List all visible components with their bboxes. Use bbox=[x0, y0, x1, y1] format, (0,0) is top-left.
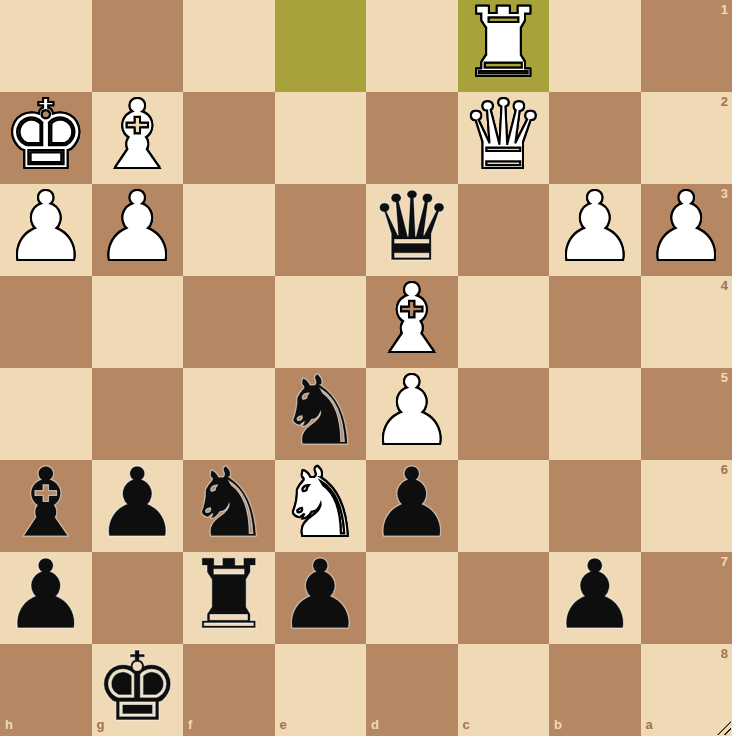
white-pawn[interactable]: ♟ bbox=[552, 179, 638, 275]
rank-label-7: 7 bbox=[721, 555, 728, 568]
rank-label-2: 2 bbox=[721, 95, 728, 108]
square-b1[interactable] bbox=[549, 0, 641, 92]
square-g6[interactable]: ♟ bbox=[92, 460, 184, 552]
square-e3[interactable] bbox=[275, 184, 367, 276]
black-knight[interactable]: ♞ bbox=[277, 363, 363, 459]
black-knight[interactable]: ♞ bbox=[186, 455, 272, 551]
square-d6[interactable]: ♟ bbox=[366, 460, 458, 552]
square-d1[interactable] bbox=[366, 0, 458, 92]
black-pawn[interactable]: ♟ bbox=[94, 455, 180, 551]
rank-label-6: 6 bbox=[721, 463, 728, 476]
square-h7[interactable]: ♟ bbox=[0, 552, 92, 644]
rank-label-4: 4 bbox=[721, 279, 728, 292]
square-a6[interactable]: 6 bbox=[641, 460, 732, 552]
white-queen[interactable]: ♛ bbox=[460, 87, 546, 183]
square-f8[interactable]: f bbox=[183, 644, 275, 736]
square-e2[interactable] bbox=[275, 92, 367, 184]
square-a4[interactable]: 4 bbox=[641, 276, 732, 368]
black-king[interactable]: ♚ bbox=[94, 639, 180, 735]
square-c2[interactable]: ♛ bbox=[458, 92, 550, 184]
white-rook[interactable]: ♜ bbox=[460, 0, 546, 91]
white-king[interactable]: ♚ bbox=[3, 87, 89, 183]
square-c8[interactable]: c bbox=[458, 644, 550, 736]
square-b7[interactable]: ♟ bbox=[549, 552, 641, 644]
white-pawn[interactable]: ♟ bbox=[643, 179, 729, 275]
rank-label-5: 5 bbox=[721, 371, 728, 384]
square-d8[interactable]: d bbox=[366, 644, 458, 736]
rank-label-8: 8 bbox=[721, 647, 728, 660]
square-g4[interactable] bbox=[92, 276, 184, 368]
square-a7[interactable]: 7 bbox=[641, 552, 732, 644]
square-g8[interactable]: ♚g bbox=[92, 644, 184, 736]
square-e8[interactable]: e bbox=[275, 644, 367, 736]
chess-board: ♜1♚♝♛2♟♟♛♟♟3♝4♞♟5♝♟♞♞♟6♟♜♟♟7h♚gfedcb8a bbox=[0, 0, 732, 736]
white-pawn[interactable]: ♟ bbox=[94, 179, 180, 275]
file-label-b: b bbox=[554, 718, 562, 731]
square-a5[interactable]: 5 bbox=[641, 368, 732, 460]
black-pawn[interactable]: ♟ bbox=[552, 547, 638, 643]
square-a1[interactable]: 1 bbox=[641, 0, 732, 92]
black-pawn[interactable]: ♟ bbox=[3, 547, 89, 643]
square-e1[interactable] bbox=[275, 0, 367, 92]
square-b8[interactable]: b bbox=[549, 644, 641, 736]
square-b5[interactable] bbox=[549, 368, 641, 460]
square-f7[interactable]: ♜ bbox=[183, 552, 275, 644]
square-d7[interactable] bbox=[366, 552, 458, 644]
rank-label-1: 1 bbox=[721, 3, 728, 16]
square-e7[interactable]: ♟ bbox=[275, 552, 367, 644]
white-pawn[interactable]: ♟ bbox=[369, 363, 455, 459]
square-a3[interactable]: ♟3 bbox=[641, 184, 732, 276]
square-f3[interactable] bbox=[183, 184, 275, 276]
file-label-f: f bbox=[188, 718, 192, 731]
square-h8[interactable]: h bbox=[0, 644, 92, 736]
white-bishop[interactable]: ♝ bbox=[94, 87, 180, 183]
square-h3[interactable]: ♟ bbox=[0, 184, 92, 276]
square-c6[interactable] bbox=[458, 460, 550, 552]
square-b3[interactable]: ♟ bbox=[549, 184, 641, 276]
file-label-a: a bbox=[646, 718, 653, 731]
file-label-d: d bbox=[371, 718, 379, 731]
white-bishop[interactable]: ♝ bbox=[369, 271, 455, 367]
file-label-c: c bbox=[463, 718, 470, 731]
square-c3[interactable] bbox=[458, 184, 550, 276]
square-f2[interactable] bbox=[183, 92, 275, 184]
square-c5[interactable] bbox=[458, 368, 550, 460]
file-label-e: e bbox=[280, 718, 287, 731]
white-knight[interactable]: ♞ bbox=[277, 455, 363, 551]
square-h4[interactable] bbox=[0, 276, 92, 368]
square-g3[interactable]: ♟ bbox=[92, 184, 184, 276]
white-pawn[interactable]: ♟ bbox=[3, 179, 89, 275]
black-rook[interactable]: ♜ bbox=[186, 547, 272, 643]
file-label-h: h bbox=[5, 718, 13, 731]
black-queen[interactable]: ♛ bbox=[369, 179, 455, 275]
square-c4[interactable] bbox=[458, 276, 550, 368]
black-pawn[interactable]: ♟ bbox=[277, 547, 363, 643]
square-a8[interactable]: 8a bbox=[641, 644, 732, 736]
square-f1[interactable] bbox=[183, 0, 275, 92]
black-bishop[interactable]: ♝ bbox=[3, 455, 89, 551]
black-pawn[interactable]: ♟ bbox=[369, 455, 455, 551]
square-c7[interactable] bbox=[458, 552, 550, 644]
square-b4[interactable] bbox=[549, 276, 641, 368]
square-f4[interactable] bbox=[183, 276, 275, 368]
